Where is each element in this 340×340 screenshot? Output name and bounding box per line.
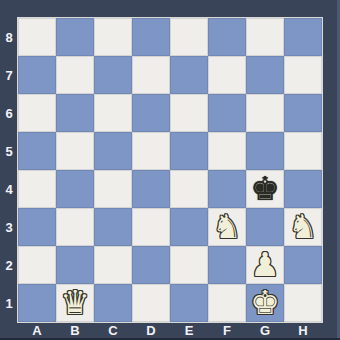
square-e4[interactable] [170,170,208,208]
square-c1[interactable] [94,284,132,322]
white-queen-b1: ♛ [60,286,90,319]
file-label-f: F [208,322,246,340]
square-c6[interactable] [94,94,132,132]
square-b3[interactable] [56,208,94,246]
black-king-g4: ♚ [250,172,280,205]
file-label-g: G [246,322,284,340]
square-f6[interactable] [208,94,246,132]
rank-label-3: 3 [0,208,18,246]
rank-label-5: 5 [0,132,18,170]
square-e5[interactable] [170,132,208,170]
file-label-h: H [284,322,322,340]
square-g3[interactable] [246,208,284,246]
square-f1[interactable] [208,284,246,322]
square-h4[interactable] [284,170,322,208]
rank-label-2: 2 [0,246,18,284]
square-g2[interactable]: ♟ [246,246,284,284]
square-a7[interactable] [18,56,56,94]
square-g4[interactable]: ♚ [246,170,284,208]
square-d4[interactable] [132,170,170,208]
square-a4[interactable] [18,170,56,208]
square-d1[interactable] [132,284,170,322]
square-f8[interactable] [208,18,246,56]
file-label-e: E [170,322,208,340]
square-f4[interactable] [208,170,246,208]
rank-label-1: 1 [0,284,18,322]
square-b4[interactable] [56,170,94,208]
square-a3[interactable] [18,208,56,246]
square-b5[interactable] [56,132,94,170]
square-e8[interactable] [170,18,208,56]
file-label-a: A [18,322,56,340]
square-d2[interactable] [132,246,170,284]
square-e3[interactable] [170,208,208,246]
square-c2[interactable] [94,246,132,284]
square-e1[interactable] [170,284,208,322]
square-f3[interactable]: ♞ [208,208,246,246]
square-b2[interactable] [56,246,94,284]
square-e6[interactable] [170,94,208,132]
square-d5[interactable] [132,132,170,170]
square-f2[interactable] [208,246,246,284]
square-h3[interactable]: ♞ [284,208,322,246]
square-a8[interactable] [18,18,56,56]
square-b7[interactable] [56,56,94,94]
file-label-c: C [94,322,132,340]
square-a6[interactable] [18,94,56,132]
square-d8[interactable] [132,18,170,56]
rank-label-6: 6 [0,94,18,132]
square-h7[interactable] [284,56,322,94]
square-f5[interactable] [208,132,246,170]
rank-label-7: 7 [0,56,18,94]
square-h1[interactable] [284,284,322,322]
square-g1[interactable]: ♚ [246,284,284,322]
file-label-b: B [56,322,94,340]
square-b1[interactable]: ♛ [56,284,94,322]
chess-diagram: 87654321 ABCDEFGH ♚♞♞♟♛♚ [0,0,340,340]
square-b6[interactable] [56,94,94,132]
square-a2[interactable] [18,246,56,284]
square-e7[interactable] [170,56,208,94]
square-h6[interactable] [284,94,322,132]
square-f7[interactable] [208,56,246,94]
square-b8[interactable] [56,18,94,56]
white-king-g1: ♚ [250,286,280,319]
square-a1[interactable] [18,284,56,322]
white-knight-h3: ♞ [288,210,318,243]
square-d3[interactable] [132,208,170,246]
white-knight-f3: ♞ [212,210,242,243]
square-g7[interactable] [246,56,284,94]
square-c8[interactable] [94,18,132,56]
square-c7[interactable] [94,56,132,94]
square-c4[interactable] [94,170,132,208]
chess-board: ♚♞♞♟♛♚ [18,18,322,322]
square-h5[interactable] [284,132,322,170]
square-d7[interactable] [132,56,170,94]
square-c5[interactable] [94,132,132,170]
rank-labels: 87654321 [0,18,18,322]
white-pawn-g2: ♟ [250,248,280,281]
file-labels: ABCDEFGH [18,322,322,340]
square-g6[interactable] [246,94,284,132]
rank-label-8: 8 [0,18,18,56]
file-label-d: D [132,322,170,340]
square-g5[interactable] [246,132,284,170]
square-e2[interactable] [170,246,208,284]
square-d6[interactable] [132,94,170,132]
square-c3[interactable] [94,208,132,246]
square-h2[interactable] [284,246,322,284]
square-g8[interactable] [246,18,284,56]
square-a5[interactable] [18,132,56,170]
square-h8[interactable] [284,18,322,56]
rank-label-4: 4 [0,170,18,208]
